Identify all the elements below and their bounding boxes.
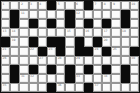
white-cell[interactable] bbox=[1, 74, 10, 83]
clue-number: 14 bbox=[12, 29, 16, 33]
white-cell[interactable] bbox=[102, 10, 111, 19]
white-cell[interactable] bbox=[47, 74, 56, 83]
black-cell bbox=[84, 47, 93, 56]
black-cell bbox=[47, 1, 56, 10]
white-cell[interactable] bbox=[29, 56, 38, 65]
white-cell[interactable] bbox=[29, 10, 38, 19]
white-cell[interactable] bbox=[121, 47, 130, 56]
clue-number: 29 bbox=[76, 56, 80, 60]
white-cell[interactable]: 14 bbox=[10, 28, 19, 37]
clue-number: 18 bbox=[122, 29, 126, 33]
black-cell bbox=[38, 47, 47, 56]
clue-number: 35 bbox=[3, 83, 7, 87]
white-cell[interactable] bbox=[111, 10, 120, 19]
black-cell bbox=[75, 37, 84, 46]
clue-number: 32 bbox=[30, 74, 34, 78]
white-cell[interactable] bbox=[93, 10, 102, 19]
black-cell bbox=[65, 19, 74, 28]
white-cell[interactable]: 12 bbox=[75, 10, 84, 19]
white-cell[interactable] bbox=[10, 56, 19, 65]
black-cell bbox=[10, 74, 19, 83]
clue-number: 19 bbox=[12, 38, 16, 42]
white-cell[interactable]: 34 bbox=[102, 74, 111, 83]
clue-number: 4 bbox=[39, 2, 41, 6]
white-cell[interactable] bbox=[19, 37, 28, 46]
white-cell[interactable] bbox=[56, 19, 65, 28]
white-cell[interactable] bbox=[75, 19, 84, 28]
black-cell bbox=[121, 74, 130, 83]
white-cell[interactable]: 31 bbox=[19, 74, 28, 83]
white-cell[interactable] bbox=[19, 19, 28, 28]
black-cell bbox=[102, 47, 111, 56]
white-cell[interactable] bbox=[56, 28, 65, 37]
white-cell[interactable] bbox=[130, 74, 139, 83]
white-cell[interactable] bbox=[93, 19, 102, 28]
white-cell[interactable]: 16 bbox=[84, 28, 93, 37]
white-cell[interactable]: 3 bbox=[29, 1, 38, 10]
white-cell[interactable] bbox=[121, 1, 130, 10]
white-cell[interactable]: 32 bbox=[29, 74, 38, 83]
white-cell[interactable] bbox=[19, 56, 28, 65]
white-cell[interactable] bbox=[19, 47, 28, 56]
white-cell[interactable] bbox=[130, 37, 139, 46]
black-cell bbox=[84, 19, 93, 28]
white-cell[interactable] bbox=[38, 83, 47, 92]
white-cell[interactable] bbox=[75, 65, 84, 74]
white-cell[interactable]: 11 bbox=[19, 10, 28, 19]
black-cell bbox=[65, 65, 74, 74]
clue-number: 6 bbox=[76, 2, 78, 6]
clue-number: 15 bbox=[67, 29, 71, 33]
white-cell[interactable] bbox=[84, 37, 93, 46]
white-cell[interactable] bbox=[1, 65, 10, 74]
white-cell[interactable]: 24 bbox=[93, 47, 102, 56]
black-cell bbox=[1, 37, 10, 46]
white-cell[interactable] bbox=[38, 74, 47, 83]
black-cell bbox=[29, 37, 38, 46]
white-cell[interactable]: 6 bbox=[75, 1, 84, 10]
white-cell[interactable]: 22 bbox=[29, 47, 38, 56]
white-cell[interactable]: 30 bbox=[130, 56, 139, 65]
white-cell[interactable]: 29 bbox=[75, 56, 84, 65]
white-cell[interactable] bbox=[84, 10, 93, 19]
white-cell[interactable] bbox=[65, 37, 74, 46]
white-cell[interactable]: 19 bbox=[10, 37, 19, 46]
white-cell[interactable] bbox=[102, 83, 111, 92]
white-cell[interactable] bbox=[29, 83, 38, 92]
clue-number: 9 bbox=[113, 2, 115, 6]
clue-number: 20 bbox=[104, 38, 108, 42]
white-cell[interactable] bbox=[121, 37, 130, 46]
clue-number: 25 bbox=[113, 47, 117, 51]
clue-number: 23 bbox=[48, 47, 52, 51]
white-cell[interactable]: 2 bbox=[19, 1, 28, 10]
black-cell bbox=[130, 47, 139, 56]
black-cell bbox=[102, 65, 111, 74]
white-cell[interactable] bbox=[121, 83, 130, 92]
white-cell[interactable] bbox=[56, 10, 65, 19]
white-cell[interactable] bbox=[111, 74, 120, 83]
white-cell[interactable] bbox=[111, 28, 120, 37]
clue-number: 7 bbox=[94, 2, 96, 6]
black-cell bbox=[65, 74, 74, 83]
crossword-grid: 1234567891011121314151617181920212223242… bbox=[0, 0, 140, 93]
white-cell[interactable]: 33 bbox=[75, 74, 84, 83]
clue-number: 8 bbox=[104, 2, 106, 6]
white-cell[interactable] bbox=[56, 74, 65, 83]
white-cell[interactable] bbox=[93, 65, 102, 74]
clue-number: 24 bbox=[94, 47, 98, 51]
white-cell[interactable]: 28 bbox=[56, 56, 65, 65]
black-cell bbox=[10, 65, 19, 74]
white-cell[interactable] bbox=[111, 83, 120, 92]
black-cell bbox=[47, 65, 56, 74]
clue-number: 5 bbox=[58, 2, 60, 6]
white-cell[interactable]: 23 bbox=[47, 47, 56, 56]
black-cell bbox=[65, 10, 74, 19]
white-cell[interactable] bbox=[65, 1, 74, 10]
white-cell[interactable] bbox=[10, 47, 19, 56]
clue-number: 12 bbox=[76, 11, 80, 15]
clue-number: 17 bbox=[104, 29, 108, 33]
black-cell bbox=[121, 10, 130, 19]
white-cell[interactable]: 7 bbox=[93, 1, 102, 10]
white-cell[interactable] bbox=[10, 83, 19, 92]
black-cell bbox=[84, 1, 93, 10]
black-cell bbox=[102, 19, 111, 28]
black-cell bbox=[84, 65, 93, 74]
white-cell[interactable] bbox=[56, 65, 65, 74]
clue-number: 21 bbox=[3, 47, 7, 51]
clue-number: 2 bbox=[21, 2, 23, 6]
white-cell[interactable] bbox=[84, 56, 93, 65]
white-cell[interactable] bbox=[130, 10, 139, 19]
black-cell bbox=[56, 47, 65, 56]
white-cell[interactable] bbox=[38, 10, 47, 19]
black-cell bbox=[10, 10, 19, 19]
white-cell[interactable]: 15 bbox=[65, 28, 74, 37]
white-cell[interactable]: 13 bbox=[1, 28, 10, 37]
white-cell[interactable]: 8 bbox=[102, 1, 111, 10]
white-cell[interactable]: 27 bbox=[38, 56, 47, 65]
white-cell[interactable] bbox=[121, 56, 130, 65]
white-cell[interactable] bbox=[38, 28, 47, 37]
white-cell[interactable] bbox=[111, 37, 120, 46]
white-cell[interactable] bbox=[38, 65, 47, 74]
white-cell[interactable] bbox=[47, 28, 56, 37]
black-cell bbox=[93, 37, 102, 46]
white-cell[interactable] bbox=[19, 28, 28, 37]
white-cell[interactable] bbox=[93, 56, 102, 65]
clue-number: 13 bbox=[3, 29, 7, 33]
clue-number: 1 bbox=[3, 2, 5, 6]
white-cell[interactable]: 25 bbox=[111, 47, 120, 56]
white-cell[interactable] bbox=[111, 56, 120, 65]
white-cell[interactable] bbox=[1, 19, 10, 28]
white-cell[interactable]: 36 bbox=[56, 83, 65, 92]
black-cell bbox=[29, 19, 38, 28]
white-cell[interactable] bbox=[1, 10, 10, 19]
white-cell[interactable] bbox=[130, 28, 139, 37]
white-cell[interactable] bbox=[65, 56, 74, 65]
white-cell[interactable] bbox=[84, 74, 93, 83]
clue-number: 33 bbox=[76, 74, 80, 78]
white-cell[interactable]: 37 bbox=[93, 83, 102, 92]
black-cell bbox=[47, 83, 56, 92]
clue-number: 31 bbox=[21, 74, 25, 78]
clue-number: 16 bbox=[85, 29, 89, 33]
clue-number: 28 bbox=[58, 56, 62, 60]
white-cell[interactable]: 4 bbox=[38, 1, 47, 10]
black-cell bbox=[75, 47, 84, 56]
black-cell bbox=[47, 37, 56, 46]
white-cell[interactable] bbox=[130, 19, 139, 28]
black-cell bbox=[29, 65, 38, 74]
white-cell[interactable] bbox=[102, 56, 111, 65]
white-cell[interactable] bbox=[93, 28, 102, 37]
clue-number: 37 bbox=[94, 83, 98, 87]
white-cell[interactable] bbox=[47, 56, 56, 65]
white-cell[interactable] bbox=[65, 47, 74, 56]
black-cell bbox=[47, 19, 56, 28]
white-cell[interactable] bbox=[111, 65, 120, 74]
white-cell[interactable]: 20 bbox=[102, 37, 111, 46]
white-cell[interactable]: 18 bbox=[121, 28, 130, 37]
white-cell[interactable]: 17 bbox=[102, 28, 111, 37]
white-cell[interactable] bbox=[130, 65, 139, 74]
clue-number: 30 bbox=[131, 56, 135, 60]
white-cell[interactable] bbox=[93, 74, 102, 83]
white-cell[interactable]: 10 bbox=[130, 1, 139, 10]
clue-number: 36 bbox=[58, 83, 62, 87]
clue-number: 3 bbox=[30, 2, 32, 6]
white-cell[interactable] bbox=[75, 28, 84, 37]
white-cell[interactable] bbox=[130, 83, 139, 92]
white-cell[interactable]: 9 bbox=[111, 1, 120, 10]
clue-number: 26 bbox=[3, 56, 7, 60]
white-cell[interactable]: 5 bbox=[56, 1, 65, 10]
black-cell bbox=[10, 19, 19, 28]
white-cell[interactable]: 1 bbox=[1, 1, 10, 10]
white-cell[interactable] bbox=[75, 83, 84, 92]
black-cell bbox=[121, 19, 130, 28]
white-cell[interactable] bbox=[29, 28, 38, 37]
white-cell[interactable] bbox=[19, 83, 28, 92]
clue-number: 34 bbox=[104, 74, 108, 78]
white-cell[interactable]: 21 bbox=[1, 47, 10, 56]
white-cell[interactable] bbox=[65, 83, 74, 92]
white-cell[interactable] bbox=[10, 1, 19, 10]
black-cell bbox=[56, 37, 65, 46]
white-cell[interactable]: 35 bbox=[1, 83, 10, 92]
white-cell[interactable] bbox=[38, 37, 47, 46]
white-cell[interactable] bbox=[111, 19, 120, 28]
black-cell bbox=[84, 83, 93, 92]
clue-number: 10 bbox=[131, 2, 135, 6]
clue-number: 11 bbox=[21, 11, 25, 15]
white-cell[interactable]: 26 bbox=[1, 56, 10, 65]
clue-number: 22 bbox=[30, 47, 34, 51]
white-cell[interactable] bbox=[47, 10, 56, 19]
black-cell bbox=[121, 65, 130, 74]
white-cell[interactable] bbox=[19, 65, 28, 74]
clue-number: 27 bbox=[39, 56, 43, 60]
white-cell[interactable] bbox=[38, 19, 47, 28]
